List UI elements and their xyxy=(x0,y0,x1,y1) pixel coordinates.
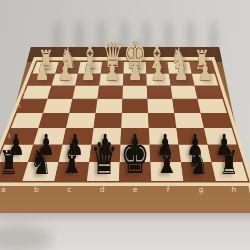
rank-label-6: 6 xyxy=(22,89,25,95)
rank-label-8: 8 xyxy=(30,65,33,71)
white-pawn-c7[interactable]: ♟ xyxy=(81,60,96,85)
white-pawn-a7[interactable]: ♟ xyxy=(34,60,49,85)
white-pawn-b7[interactable]: ♟ xyxy=(58,60,73,85)
white-pawn-e7[interactable]: ♟ xyxy=(128,60,143,85)
black-king-e1[interactable]: ♚ xyxy=(121,132,150,181)
rank-label-7: 7 xyxy=(27,76,30,82)
black-rook-a1[interactable]: ♜ xyxy=(0,146,19,179)
file-label-b: b xyxy=(34,185,39,194)
black-knight-g1[interactable]: ♞ xyxy=(187,144,208,180)
rank-label-5: 5 xyxy=(18,103,21,109)
file-label-f: f xyxy=(167,185,170,194)
file-label-g: g xyxy=(199,185,204,194)
black-rook-h1[interactable]: ♜ xyxy=(220,146,240,179)
white-pawn-d7[interactable]: ♟ xyxy=(104,60,119,85)
file-label-d: d xyxy=(100,185,105,194)
file-label-c: c xyxy=(67,185,71,194)
black-knight-b1[interactable]: ♞ xyxy=(30,144,51,180)
file-label-e: e xyxy=(133,185,138,194)
black-bishop-f1[interactable]: ♝ xyxy=(154,139,178,180)
chess-board-photo: abcdefgh12345678♜♞♝♛♚♝♞♜♟♟♟♟♟♟♟♟♟♟♟♟♟♟♟♟… xyxy=(0,0,250,250)
chess-board: abcdefgh12345678♜♞♝♛♚♝♞♜♟♟♟♟♟♟♟♟♟♟♟♟♟♟♟♟… xyxy=(0,0,250,250)
rank-label-4: 4 xyxy=(13,118,16,124)
white-pawn-g7[interactable]: ♟ xyxy=(174,60,189,85)
file-label-h: h xyxy=(232,185,237,194)
white-pawn-h7[interactable]: ♟ xyxy=(197,60,212,85)
white-pawn-f7[interactable]: ♟ xyxy=(151,60,166,85)
file-label-a: a xyxy=(1,185,6,194)
black-queen-d1[interactable]: ♛ xyxy=(90,135,117,181)
black-bishop-c1[interactable]: ♝ xyxy=(60,139,84,180)
